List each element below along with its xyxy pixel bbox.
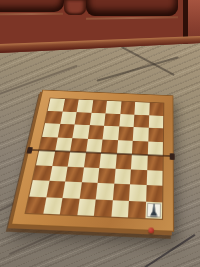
square-h6 bbox=[148, 128, 163, 142]
scene bbox=[0, 0, 200, 267]
square-d7 bbox=[89, 112, 105, 125]
square-g3 bbox=[130, 169, 147, 185]
square-e3 bbox=[98, 168, 116, 184]
square-g7 bbox=[134, 114, 149, 127]
square-d3 bbox=[81, 167, 99, 183]
square-d2 bbox=[79, 182, 97, 199]
square-f1 bbox=[111, 200, 129, 218]
door-bevel-highlight-left bbox=[0, 13, 63, 16]
square-e1 bbox=[94, 199, 113, 217]
square-g8 bbox=[134, 102, 149, 115]
floor-plank-seam bbox=[9, 225, 74, 255]
square-f6 bbox=[118, 126, 134, 140]
square-f7 bbox=[119, 114, 135, 127]
door-bevel-highlight-right bbox=[86, 16, 178, 20]
square-e4 bbox=[99, 153, 116, 168]
board-grid bbox=[24, 98, 164, 220]
square-g6 bbox=[133, 127, 149, 141]
door-panel-left bbox=[0, 0, 64, 12]
square-f8 bbox=[120, 101, 135, 114]
square-h7 bbox=[148, 115, 163, 128]
floor-plank-seam bbox=[144, 234, 195, 267]
brand-emblem bbox=[146, 202, 161, 217]
square-d1 bbox=[77, 198, 96, 216]
square-f2 bbox=[112, 184, 130, 201]
square-d8 bbox=[91, 100, 107, 113]
square-h2 bbox=[146, 185, 163, 202]
fold-hinge-right bbox=[170, 153, 175, 160]
square-d6 bbox=[87, 125, 104, 139]
square-h1 bbox=[145, 201, 162, 219]
square-g2 bbox=[129, 184, 146, 201]
kremlin-tower-icon bbox=[149, 203, 159, 218]
square-f3 bbox=[114, 168, 131, 184]
door-center-stile bbox=[64, 0, 86, 15]
square-h4 bbox=[147, 155, 163, 170]
square-d4 bbox=[84, 152, 101, 167]
square-f4 bbox=[115, 154, 132, 169]
square-h3 bbox=[146, 170, 162, 186]
fold-hinge-left bbox=[27, 147, 33, 154]
square-g1 bbox=[128, 200, 146, 218]
square-e7 bbox=[104, 113, 120, 126]
square-e8 bbox=[106, 101, 122, 114]
square-e6 bbox=[103, 126, 119, 140]
square-h8 bbox=[149, 103, 164, 116]
square-g4 bbox=[131, 154, 147, 169]
door-panel-right bbox=[86, 0, 178, 16]
square-e2 bbox=[96, 183, 114, 200]
